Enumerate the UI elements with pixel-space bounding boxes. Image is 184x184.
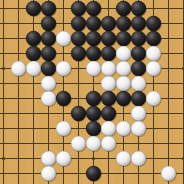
star-point [2, 157, 5, 160]
wood-grain [19, 0, 26, 184]
star-point [2, 67, 5, 70]
star-point [92, 157, 95, 160]
go-board-screenshot [0, 0, 184, 184]
wood-grain [171, 0, 178, 184]
goban[interactable] [0, 0, 184, 184]
